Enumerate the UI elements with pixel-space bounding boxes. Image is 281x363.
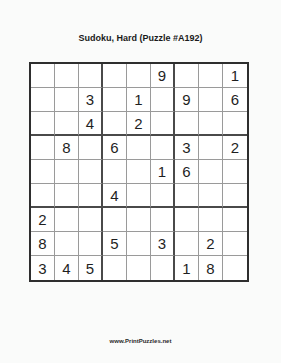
cell-r5c6: 1 [151, 160, 175, 184]
cell-r9c9 [223, 256, 247, 280]
cell-r4c6 [151, 136, 175, 160]
sudoku-grid: 9131964286321642853234518 [29, 62, 249, 282]
cell-r9c5 [127, 256, 151, 280]
cell-r2c2 [55, 88, 79, 112]
cell-r1c3 [79, 64, 103, 88]
cell-r6c2 [55, 184, 79, 208]
cell-r1c8 [199, 64, 223, 88]
cell-r3c6 [151, 112, 175, 136]
cell-r4c2: 8 [55, 136, 79, 160]
cell-r5c4 [103, 160, 127, 184]
puzzle-title: Sudoku, Hard (Puzzle #A192) [0, 33, 281, 43]
cell-r2c4 [103, 88, 127, 112]
cell-r3c9 [223, 112, 247, 136]
cell-r5c5 [127, 160, 151, 184]
cell-r8c6: 3 [151, 232, 175, 256]
cell-r6c9 [223, 184, 247, 208]
cell-r6c5 [127, 184, 151, 208]
cell-r7c5 [127, 208, 151, 232]
cell-r5c7: 6 [175, 160, 199, 184]
cell-r7c2 [55, 208, 79, 232]
cell-r6c6 [151, 184, 175, 208]
cell-r4c7: 3 [175, 136, 199, 160]
cell-r1c5 [127, 64, 151, 88]
cell-r6c1 [31, 184, 55, 208]
cell-r5c9 [223, 160, 247, 184]
cell-r5c1 [31, 160, 55, 184]
cell-r6c3 [79, 184, 103, 208]
cell-r5c3 [79, 160, 103, 184]
cell-r1c2 [55, 64, 79, 88]
cell-r2c8 [199, 88, 223, 112]
cell-r8c1: 8 [31, 232, 55, 256]
cell-r3c2 [55, 112, 79, 136]
cell-r6c8 [199, 184, 223, 208]
cell-r2c5: 1 [127, 88, 151, 112]
cell-r9c2: 4 [55, 256, 79, 280]
cell-r3c4 [103, 112, 127, 136]
cell-r7c6 [151, 208, 175, 232]
cell-r7c4 [103, 208, 127, 232]
cell-r7c8 [199, 208, 223, 232]
cell-r7c9 [223, 208, 247, 232]
cell-r3c3: 4 [79, 112, 103, 136]
cell-r2c1 [31, 88, 55, 112]
cell-r7c3 [79, 208, 103, 232]
cell-r2c9: 6 [223, 88, 247, 112]
cell-r8c2 [55, 232, 79, 256]
cell-r4c5 [127, 136, 151, 160]
cell-r8c9 [223, 232, 247, 256]
cell-r5c8 [199, 160, 223, 184]
footer-url: www.PrintPuzzles.net [0, 338, 281, 344]
cell-r4c4: 6 [103, 136, 127, 160]
cell-r9c6 [151, 256, 175, 280]
cell-r4c8 [199, 136, 223, 160]
cell-r4c1 [31, 136, 55, 160]
cell-r9c4 [103, 256, 127, 280]
cell-r4c3 [79, 136, 103, 160]
cell-r8c3 [79, 232, 103, 256]
cell-r3c1 [31, 112, 55, 136]
cell-r9c1: 3 [31, 256, 55, 280]
cell-r2c7: 9 [175, 88, 199, 112]
puzzle-page: Sudoku, Hard (Puzzle #A192) 913196428632… [0, 0, 281, 363]
cell-r7c7 [175, 208, 199, 232]
cell-r8c8: 2 [199, 232, 223, 256]
cell-r1c7 [175, 64, 199, 88]
cell-r5c2 [55, 160, 79, 184]
cell-r3c7 [175, 112, 199, 136]
cell-r2c3: 3 [79, 88, 103, 112]
cell-r1c9: 1 [223, 64, 247, 88]
cell-r8c7 [175, 232, 199, 256]
cell-r2c6 [151, 88, 175, 112]
cell-r4c9: 2 [223, 136, 247, 160]
cell-r9c8: 8 [199, 256, 223, 280]
cell-r1c6: 9 [151, 64, 175, 88]
cell-r3c5: 2 [127, 112, 151, 136]
cell-r6c7 [175, 184, 199, 208]
cell-r1c1 [31, 64, 55, 88]
cell-r8c5 [127, 232, 151, 256]
cell-r8c4: 5 [103, 232, 127, 256]
cell-r9c7: 1 [175, 256, 199, 280]
cell-r6c4: 4 [103, 184, 127, 208]
cell-r7c1: 2 [31, 208, 55, 232]
cell-r1c4 [103, 64, 127, 88]
cell-r9c3: 5 [79, 256, 103, 280]
cell-r3c8 [199, 112, 223, 136]
